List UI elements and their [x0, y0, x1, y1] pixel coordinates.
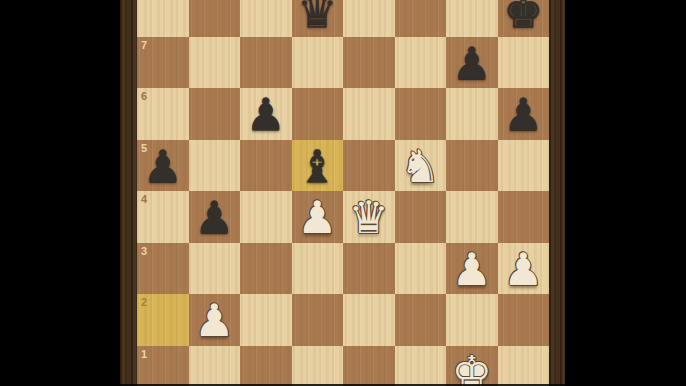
square-a4[interactable]: 4 — [137, 191, 189, 243]
square-b3[interactable] — [189, 243, 241, 295]
black-king-piece[interactable]: ♚ — [498, 0, 550, 37]
square-h2[interactable] — [498, 294, 550, 346]
square-e2[interactable] — [343, 294, 395, 346]
square-d3[interactable] — [292, 243, 344, 295]
square-g1[interactable]: ♚ — [446, 346, 498, 386]
white-pawn-piece[interactable]: ♟ — [189, 294, 241, 346]
square-c3[interactable] — [240, 243, 292, 295]
white-pawn-piece[interactable]: ♟ — [292, 191, 344, 243]
square-f5[interactable]: ♞ — [395, 140, 447, 192]
square-b5[interactable] — [189, 140, 241, 192]
rank-label-3: 3 — [141, 245, 147, 257]
letterbox-right-bar — [565, 0, 686, 386]
square-e1[interactable] — [343, 346, 395, 386]
white-knight-piece[interactable]: ♞ — [395, 140, 447, 192]
black-bishop-piece[interactable]: ♝ — [292, 140, 344, 192]
square-g6[interactable] — [446, 88, 498, 140]
square-e7[interactable] — [343, 37, 395, 89]
rank-label-1: 1 — [141, 348, 147, 360]
square-g8[interactable] — [446, 0, 498, 37]
square-h5[interactable] — [498, 140, 550, 192]
square-b6[interactable] — [189, 88, 241, 140]
square-a1[interactable]: 1 — [137, 346, 189, 386]
square-a6[interactable]: 6 — [137, 88, 189, 140]
square-f4[interactable] — [395, 191, 447, 243]
square-g7[interactable]: ♟ — [446, 37, 498, 89]
white-pawn-piece[interactable]: ♟ — [498, 243, 550, 295]
square-h8[interactable]: ♚ — [498, 0, 550, 37]
square-d5[interactable]: ♝ — [292, 140, 344, 192]
square-e5[interactable] — [343, 140, 395, 192]
black-pawn-piece[interactable]: ♟ — [498, 88, 550, 140]
black-pawn-piece[interactable]: ♟ — [189, 191, 241, 243]
video-frame: 8♛♚7♟6♟♟5♟♝♞4♟♟♛3♟♟2♟1♚ — [120, 0, 565, 386]
square-a8[interactable]: 8 — [137, 0, 189, 37]
chess-board: 8♛♚7♟6♟♟5♟♝♞4♟♟♛3♟♟2♟1♚ — [137, 0, 549, 386]
square-e6[interactable] — [343, 88, 395, 140]
square-d7[interactable] — [292, 37, 344, 89]
square-a3[interactable]: 3 — [137, 243, 189, 295]
square-h7[interactable] — [498, 37, 550, 89]
square-b1[interactable] — [189, 346, 241, 386]
black-pawn-piece[interactable]: ♟ — [240, 88, 292, 140]
square-f7[interactable] — [395, 37, 447, 89]
square-g4[interactable] — [446, 191, 498, 243]
black-queen-piece[interactable]: ♛ — [292, 0, 344, 37]
square-d4[interactable]: ♟ — [292, 191, 344, 243]
square-f1[interactable] — [395, 346, 447, 386]
square-h1[interactable] — [498, 346, 550, 386]
rank-label-7: 7 — [141, 39, 147, 51]
square-a7[interactable]: 7 — [137, 37, 189, 89]
square-b2[interactable]: ♟ — [189, 294, 241, 346]
square-g2[interactable] — [446, 294, 498, 346]
square-g3[interactable]: ♟ — [446, 243, 498, 295]
letterbox-left-bar — [0, 0, 120, 386]
square-d6[interactable] — [292, 88, 344, 140]
square-a5[interactable]: 5♟ — [137, 140, 189, 192]
white-pawn-piece[interactable]: ♟ — [446, 243, 498, 295]
white-king-piece[interactable]: ♚ — [446, 346, 498, 386]
rank-label-5: 5 — [141, 142, 147, 154]
square-f6[interactable] — [395, 88, 447, 140]
square-c2[interactable] — [240, 294, 292, 346]
square-b4[interactable]: ♟ — [189, 191, 241, 243]
square-a2[interactable]: 2 — [137, 294, 189, 346]
square-f8[interactable] — [395, 0, 447, 37]
square-g5[interactable] — [446, 140, 498, 192]
square-c1[interactable] — [240, 346, 292, 386]
square-c7[interactable] — [240, 37, 292, 89]
square-d1[interactable] — [292, 346, 344, 386]
square-h3[interactable]: ♟ — [498, 243, 550, 295]
square-f2[interactable] — [395, 294, 447, 346]
square-f3[interactable] — [395, 243, 447, 295]
square-h4[interactable] — [498, 191, 550, 243]
rank-label-4: 4 — [141, 193, 147, 205]
square-d8[interactable]: ♛ — [292, 0, 344, 37]
square-c8[interactable] — [240, 0, 292, 37]
rank-label-2: 2 — [141, 296, 147, 308]
square-c6[interactable]: ♟ — [240, 88, 292, 140]
square-b7[interactable] — [189, 37, 241, 89]
square-e4[interactable]: ♛ — [343, 191, 395, 243]
square-c5[interactable] — [240, 140, 292, 192]
square-e3[interactable] — [343, 243, 395, 295]
square-b8[interactable] — [189, 0, 241, 37]
square-c4[interactable] — [240, 191, 292, 243]
square-e8[interactable] — [343, 0, 395, 37]
square-h6[interactable]: ♟ — [498, 88, 550, 140]
black-pawn-piece[interactable]: ♟ — [446, 37, 498, 89]
white-queen-piece[interactable]: ♛ — [343, 191, 395, 243]
rank-label-6: 6 — [141, 90, 147, 102]
square-d2[interactable] — [292, 294, 344, 346]
